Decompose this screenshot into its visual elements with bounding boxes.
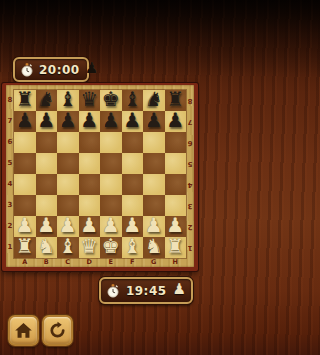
black-timer: 20:00 ♟	[13, 57, 89, 82]
home-button[interactable]	[8, 315, 39, 346]
restart-icon	[48, 321, 67, 340]
file-labels: ABCDEFGH	[14, 258, 186, 267]
white-timer-value: 19:45	[125, 284, 168, 298]
square-c1[interactable]: ♝	[57, 237, 79, 258]
square-d8[interactable]: ♛	[79, 90, 101, 111]
square-a2[interactable]: ♟	[14, 216, 36, 237]
white-knight-g1: ♞	[145, 236, 163, 256]
square-e8[interactable]: ♚	[100, 90, 122, 111]
rank-label-8: 8	[6, 90, 14, 111]
square-e6[interactable]	[100, 132, 122, 153]
square-e5[interactable]	[100, 153, 122, 174]
rank-label-3: 3	[6, 195, 14, 216]
square-g4[interactable]	[143, 174, 165, 195]
rank-label-5: 5	[6, 153, 14, 174]
square-d1[interactable]: ♛	[79, 237, 101, 258]
square-c2[interactable]: ♟	[57, 216, 79, 237]
white-rook-a1: ♜	[16, 236, 34, 256]
square-h2[interactable]: ♟	[165, 216, 187, 237]
square-d5[interactable]	[79, 153, 101, 174]
white-pawn-b2: ♟	[37, 215, 55, 235]
square-a6[interactable]	[14, 132, 36, 153]
white-pawn-c2: ♟	[59, 215, 77, 235]
square-a3[interactable]	[14, 195, 36, 216]
square-h7[interactable]: ♟	[165, 111, 187, 132]
rank-label-4: 4	[186, 174, 194, 195]
square-f1[interactable]: ♝	[122, 237, 144, 258]
square-c3[interactable]	[57, 195, 79, 216]
board-border-strip: 87654321 ♜♞♝♛♚♝♞♜♟♟♟♟♟♟♟♟♟♟♟♟♟♟♟♟♜♞♝♛♚♝♞…	[6, 85, 194, 267]
square-d4[interactable]	[79, 174, 101, 195]
white-pawn-g2: ♟	[145, 215, 163, 235]
square-c7[interactable]: ♟	[57, 111, 79, 132]
board-corner	[6, 258, 14, 267]
square-g5[interactable]	[143, 153, 165, 174]
square-f8[interactable]: ♝	[122, 90, 144, 111]
rank-label-1: 1	[186, 237, 194, 258]
square-c5[interactable]	[57, 153, 79, 174]
black-king-e8: ♚	[102, 89, 120, 109]
restart-button[interactable]	[42, 315, 73, 346]
white-pawn-f2: ♟	[123, 215, 141, 235]
square-c4[interactable]	[57, 174, 79, 195]
home-icon	[14, 321, 33, 340]
white-pawn-d2: ♟	[80, 215, 98, 235]
stopwatch-icon	[20, 63, 34, 77]
white-bishop-c1: ♝	[59, 236, 77, 256]
square-c6[interactable]	[57, 132, 79, 153]
file-label-C: C	[57, 258, 79, 267]
rank-label-7: 7	[6, 111, 14, 132]
square-g8[interactable]: ♞	[143, 90, 165, 111]
square-a7[interactable]: ♟	[14, 111, 36, 132]
white-pawn-h2: ♟	[166, 215, 184, 235]
square-h8[interactable]: ♜	[165, 90, 187, 111]
square-b3[interactable]	[36, 195, 58, 216]
black-pawn-h7: ♟	[166, 110, 184, 130]
square-f7[interactable]: ♟	[122, 111, 144, 132]
square-h5[interactable]	[165, 153, 187, 174]
black-pawn-g7: ♟	[145, 110, 163, 130]
file-label-D: D	[79, 258, 101, 267]
square-d6[interactable]	[79, 132, 101, 153]
black-timer-value: 20:00	[39, 63, 80, 77]
white-pawn-e2: ♟	[102, 215, 120, 235]
black-rook-h8: ♜	[166, 89, 184, 109]
rank-label-1: 1	[6, 237, 14, 258]
rank-label-5: 5	[186, 153, 194, 174]
file-label-A: A	[14, 258, 36, 267]
file-label-B: B	[36, 258, 58, 267]
square-b1[interactable]: ♞	[36, 237, 58, 258]
rank-label-2: 2	[6, 216, 14, 237]
black-pawn-f7: ♟	[123, 110, 141, 130]
square-b5[interactable]	[36, 153, 58, 174]
square-h4[interactable]	[165, 174, 187, 195]
square-e1[interactable]: ♚	[100, 237, 122, 258]
square-a8[interactable]: ♜	[14, 90, 36, 111]
rank-label-8: 8	[186, 90, 194, 111]
square-h6[interactable]	[165, 132, 187, 153]
square-e2[interactable]: ♟	[100, 216, 122, 237]
square-b2[interactable]: ♟	[36, 216, 58, 237]
black-knight-b8: ♞	[37, 89, 55, 109]
square-g7[interactable]: ♟	[143, 111, 165, 132]
square-f6[interactable]	[122, 132, 144, 153]
square-g1[interactable]: ♞	[143, 237, 165, 258]
rank-labels-left: 87654321	[6, 90, 14, 258]
white-timer: 19:45 ♟	[99, 277, 193, 304]
white-rook-h1: ♜	[166, 236, 184, 256]
square-b7[interactable]: ♟	[36, 111, 58, 132]
square-b8[interactable]: ♞	[36, 90, 58, 111]
square-a4[interactable]	[14, 174, 36, 195]
square-h1[interactable]: ♜	[165, 237, 187, 258]
white-queen-d1: ♛	[80, 236, 98, 256]
square-a5[interactable]	[14, 153, 36, 174]
square-f5[interactable]	[122, 153, 144, 174]
black-piece-icon: ♟	[85, 61, 98, 76]
black-queen-d8: ♛	[80, 89, 98, 109]
white-knight-b1: ♞	[37, 236, 55, 256]
stopwatch-icon	[106, 284, 120, 298]
square-e7[interactable]: ♟	[100, 111, 122, 132]
square-b4[interactable]	[36, 174, 58, 195]
square-d2[interactable]: ♟	[79, 216, 101, 237]
white-king-e1: ♚	[102, 236, 120, 256]
black-pawn-a7: ♟	[16, 110, 34, 130]
square-f4[interactable]	[122, 174, 144, 195]
square-e4[interactable]	[100, 174, 122, 195]
square-e3[interactable]	[100, 195, 122, 216]
file-label-E: E	[100, 258, 122, 267]
board-corner	[186, 258, 194, 267]
file-label-F: F	[122, 258, 144, 267]
square-c8[interactable]: ♝	[57, 90, 79, 111]
rank-label-7: 7	[186, 111, 194, 132]
square-g6[interactable]	[143, 132, 165, 153]
black-knight-g8: ♞	[145, 89, 163, 109]
square-d7[interactable]: ♟	[79, 111, 101, 132]
rank-label-4: 4	[6, 174, 14, 195]
rank-label-6: 6	[6, 132, 14, 153]
black-rook-a8: ♜	[16, 89, 34, 109]
chess-board: 87654321 ♜♞♝♛♚♝♞♜♟♟♟♟♟♟♟♟♟♟♟♟♟♟♟♟♜♞♝♛♚♝♞…	[2, 83, 198, 271]
square-d3[interactable]	[79, 195, 101, 216]
square-h3[interactable]	[165, 195, 187, 216]
square-g2[interactable]: ♟	[143, 216, 165, 237]
black-pawn-e7: ♟	[102, 110, 120, 130]
white-bishop-f1: ♝	[123, 236, 141, 256]
file-label-H: H	[165, 258, 187, 267]
white-piece-icon: ♟	[173, 282, 186, 297]
white-pawn-a2: ♟	[16, 215, 34, 235]
rank-label-6: 6	[186, 132, 194, 153]
black-pawn-d7: ♟	[80, 110, 98, 130]
file-label-G: G	[143, 258, 165, 267]
square-g3[interactable]	[143, 195, 165, 216]
black-bishop-f8: ♝	[123, 89, 141, 109]
square-b6[interactable]	[36, 132, 58, 153]
rank-label-3: 3	[186, 195, 194, 216]
square-f3[interactable]	[122, 195, 144, 216]
black-pawn-c7: ♟	[59, 110, 77, 130]
square-a1[interactable]: ♜	[14, 237, 36, 258]
rank-label-2: 2	[186, 216, 194, 237]
black-pawn-b7: ♟	[37, 110, 55, 130]
rank-labels-right: 87654321	[186, 90, 194, 258]
black-bishop-c8: ♝	[59, 89, 77, 109]
squares: ♜♞♝♛♚♝♞♜♟♟♟♟♟♟♟♟♟♟♟♟♟♟♟♟♜♞♝♛♚♝♞♜	[14, 90, 186, 258]
square-f2[interactable]: ♟	[122, 216, 144, 237]
